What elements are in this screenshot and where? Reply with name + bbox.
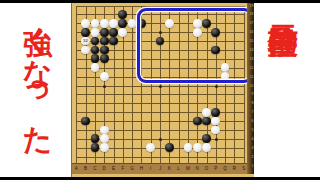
- highlight-rectangle: [137, 8, 253, 83]
- white-stone[interactable]: [109, 19, 118, 28]
- black-stone[interactable]: [165, 143, 174, 152]
- black-stone[interactable]: [202, 117, 211, 126]
- column-label: P: [212, 166, 220, 172]
- black-stone[interactable]: [100, 28, 109, 37]
- star-point: [215, 138, 218, 141]
- column-label: F: [119, 166, 127, 172]
- thumbnail-canvas: 52 ABCDEFGHIJKLMNOPQRS 19181716151413121…: [0, 0, 320, 180]
- black-stone[interactable]: [211, 108, 220, 117]
- column-label: G: [128, 166, 136, 172]
- grid-line-h: [76, 157, 244, 158]
- column-label: C: [91, 166, 99, 172]
- column-label: R: [230, 166, 238, 172]
- black-stone[interactable]: [193, 117, 202, 126]
- star-point: [159, 138, 162, 141]
- white-stone[interactable]: [184, 143, 193, 152]
- white-stone[interactable]: [91, 19, 100, 28]
- star-point: [103, 85, 106, 88]
- column-label: D: [100, 166, 108, 172]
- white-stone[interactable]: 52: [81, 37, 90, 46]
- black-stone[interactable]: [91, 46, 100, 55]
- white-stone[interactable]: [81, 46, 90, 55]
- go-board[interactable]: 52 ABCDEFGHIJKLMNOPQRS 19181716151413121…: [71, 3, 254, 177]
- black-stone[interactable]: [109, 37, 118, 46]
- black-stone[interactable]: [81, 28, 90, 37]
- white-stone[interactable]: [100, 143, 109, 152]
- white-stone[interactable]: [211, 126, 220, 135]
- column-label: I: [147, 166, 155, 172]
- black-stone[interactable]: [100, 46, 109, 55]
- white-stone[interactable]: [118, 28, 127, 37]
- black-stone[interactable]: [100, 54, 109, 63]
- column-label: B: [82, 166, 90, 172]
- column-label: E: [110, 166, 118, 172]
- white-stone[interactable]: [128, 19, 137, 28]
- grid-line-h: [76, 94, 244, 95]
- column-label: A: [72, 166, 80, 172]
- white-stone[interactable]: [100, 126, 109, 135]
- white-stone[interactable]: [146, 143, 155, 152]
- black-stone[interactable]: [81, 117, 90, 126]
- caption-right: 仲邑菫二段: [252, 3, 314, 179]
- black-stone[interactable]: [91, 37, 100, 46]
- column-label: M: [184, 166, 192, 172]
- black-stone[interactable]: [100, 37, 109, 46]
- black-stone[interactable]: [202, 134, 211, 143]
- move-number-label: 52: [81, 38, 90, 43]
- grid-line-h: [76, 103, 244, 104]
- white-stone[interactable]: [100, 134, 109, 143]
- white-stone[interactable]: [211, 117, 220, 126]
- black-stone[interactable]: [91, 134, 100, 143]
- black-stone[interactable]: [118, 10, 127, 19]
- column-label: Q: [221, 166, 229, 172]
- column-label: N: [193, 166, 201, 172]
- white-stone[interactable]: [100, 19, 109, 28]
- white-stone[interactable]: [202, 143, 211, 152]
- star-point: [159, 85, 162, 88]
- star-point: [215, 85, 218, 88]
- letterbox-bottom: [0, 177, 320, 180]
- column-label: K: [165, 166, 173, 172]
- column-label: H: [137, 166, 145, 172]
- black-stone[interactable]: [91, 143, 100, 152]
- black-stone[interactable]: [118, 19, 127, 28]
- column-label: L: [175, 166, 183, 172]
- column-label: O: [203, 166, 211, 172]
- white-stone[interactable]: [91, 63, 100, 72]
- black-stone[interactable]: [109, 28, 118, 37]
- caption-left: 強くなった: [10, 5, 66, 177]
- black-stone[interactable]: [91, 54, 100, 63]
- column-coordinates: ABCDEFGHIJKLMNOPQRS: [72, 163, 254, 174]
- white-stone[interactable]: [100, 72, 109, 81]
- white-stone[interactable]: [202, 108, 211, 117]
- white-stone[interactable]: [81, 19, 90, 28]
- white-stone[interactable]: [193, 143, 202, 152]
- column-label: J: [156, 166, 164, 172]
- white-stone[interactable]: [91, 28, 100, 37]
